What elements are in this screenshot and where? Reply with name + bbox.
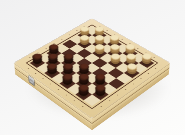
frame-dot <box>124 89 126 90</box>
frame-dot <box>140 78 142 79</box>
frame-dot <box>61 39 63 40</box>
board-top-surface <box>14 19 170 119</box>
frame-dot <box>153 57 155 58</box>
frame-dot <box>73 100 75 101</box>
frame-dot <box>76 30 78 31</box>
frame-dot <box>132 83 134 84</box>
frame-dot <box>35 73 37 74</box>
frame-dot <box>69 34 71 35</box>
frame-dot <box>121 39 123 40</box>
frame-dot <box>155 68 157 69</box>
frame-dot <box>27 68 29 69</box>
frame-dot <box>82 106 84 107</box>
photo-scene <box>0 0 185 135</box>
frame-dot <box>106 30 108 31</box>
frame-dot <box>100 106 102 107</box>
frame-dot <box>42 78 44 79</box>
frame-dot <box>147 73 149 74</box>
frame-dot <box>117 94 119 95</box>
frame-dot <box>45 48 47 49</box>
frame-dot <box>29 57 31 58</box>
frame-dot <box>50 83 52 84</box>
frame-dot <box>137 48 139 49</box>
frame-dot <box>108 100 110 101</box>
frame-dot <box>65 94 67 95</box>
photo-background <box>0 0 185 135</box>
folding-chess-box <box>14 19 170 119</box>
frame-dot <box>57 89 59 90</box>
